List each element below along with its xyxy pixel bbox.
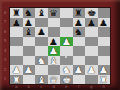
square-h3[interactable] <box>98 56 111 66</box>
square-h4[interactable] <box>98 46 111 56</box>
square-h2[interactable]: ♟ <box>98 65 111 75</box>
square-e7[interactable] <box>60 18 73 28</box>
square-b3[interactable] <box>23 56 36 66</box>
square-e1[interactable]: ♚ <box>60 75 73 85</box>
rank-label-2: 2 <box>0 65 10 75</box>
piece-black-bishop[interactable]: ♝ <box>37 9 46 17</box>
piece-white-knight[interactable]: ♞ <box>37 56 46 64</box>
square-a8[interactable]: ♜ <box>10 8 23 18</box>
square-f3[interactable] <box>73 56 86 66</box>
square-g7[interactable]: ♟ <box>85 18 98 28</box>
square-a3[interactable] <box>10 56 23 66</box>
file-label-d: d <box>48 84 61 90</box>
piece-white-pawn[interactable]: ♟ <box>62 37 71 45</box>
piece-black-knight[interactable]: ♞ <box>24 9 33 17</box>
square-g5[interactable] <box>85 37 98 47</box>
piece-black-pawn[interactable]: ♟ <box>74 18 83 26</box>
square-f8[interactable]: ♜ <box>73 8 86 18</box>
square-c3[interactable]: ♞ <box>35 56 48 66</box>
square-d7[interactable] <box>48 18 61 28</box>
square-a7[interactable]: ♟ <box>10 18 23 28</box>
piece-black-pawn[interactable]: ♟ <box>49 37 58 45</box>
rank-label-5: 5 <box>0 37 10 47</box>
square-d3[interactable]: ♝ <box>48 56 61 66</box>
file-labels: abcdefgh <box>10 84 110 90</box>
square-f6[interactable]: ♞ <box>73 27 86 37</box>
file-label-h: h <box>98 84 111 90</box>
piece-black-knight[interactable]: ♞ <box>74 28 83 36</box>
square-g3[interactable] <box>85 56 98 66</box>
file-label-c: c <box>35 84 48 90</box>
square-b1[interactable] <box>23 75 36 85</box>
piece-black-bishop[interactable]: ♝ <box>24 28 33 36</box>
square-d1[interactable]: ♛ <box>48 75 61 85</box>
file-label-b: b <box>23 84 36 90</box>
square-a4[interactable] <box>10 46 23 56</box>
square-d5[interactable]: ♟ <box>48 37 61 47</box>
rank-label-6: 6 <box>0 27 10 37</box>
rank-label-3: 3 <box>0 56 10 66</box>
file-label-g: g <box>85 84 98 90</box>
square-g6[interactable] <box>85 27 98 37</box>
piece-black-queen[interactable]: ♛ <box>49 9 58 17</box>
piece-white-pawn[interactable]: ♟ <box>49 47 58 55</box>
rank-label-4: 4 <box>0 46 10 56</box>
rank-labels: 87654321 <box>0 8 10 84</box>
piece-white-pawn[interactable]: ♟ <box>24 66 33 74</box>
square-g8[interactable]: ♚ <box>85 8 98 18</box>
piece-black-rook[interactable]: ♜ <box>12 9 21 17</box>
square-e4[interactable] <box>60 46 73 56</box>
piece-white-queen[interactable]: ♛ <box>49 75 58 83</box>
piece-black-pawn[interactable]: ♟ <box>12 18 21 26</box>
square-a5[interactable] <box>10 37 23 47</box>
rank-label-7: 7 <box>0 18 10 28</box>
square-c5[interactable] <box>35 37 48 47</box>
square-f2[interactable]: ♟ <box>73 65 86 75</box>
piece-white-pawn[interactable]: ♟ <box>12 66 21 74</box>
square-c7[interactable] <box>35 18 48 28</box>
square-d8[interactable]: ♛ <box>48 8 61 18</box>
square-b2[interactable]: ♟ <box>23 65 36 75</box>
square-b7[interactable]: ♟ <box>23 18 36 28</box>
piece-black-pawn[interactable]: ♟ <box>99 18 108 26</box>
mouse-cursor-dot <box>65 56 67 58</box>
piece-white-rook[interactable]: ♜ <box>12 75 21 83</box>
piece-black-pawn[interactable]: ♟ <box>37 28 46 36</box>
square-h8[interactable] <box>98 8 111 18</box>
square-c1[interactable]: ♝ <box>35 75 48 85</box>
square-b4[interactable] <box>23 46 36 56</box>
square-d4[interactable]: ♟ <box>48 46 61 56</box>
square-g4[interactable] <box>85 46 98 56</box>
square-h6[interactable] <box>98 27 111 37</box>
chess-board[interactable]: ♜♞♝♛♜♚♟♟♟♟♟♝♟♞♟♟♟♞♝♟♟♞♟♟♟♜♝♛♚♜ <box>10 8 110 84</box>
square-a1[interactable]: ♜ <box>10 75 23 85</box>
piece-white-pawn[interactable]: ♟ <box>87 66 96 74</box>
square-g2[interactable]: ♟ <box>85 65 98 75</box>
square-b6[interactable]: ♝ <box>23 27 36 37</box>
square-c8[interactable]: ♝ <box>35 8 48 18</box>
piece-white-pawn[interactable]: ♟ <box>99 66 108 74</box>
file-label-e: e <box>60 84 73 90</box>
square-c6[interactable]: ♟ <box>35 27 48 37</box>
piece-white-pawn[interactable]: ♟ <box>74 66 83 74</box>
piece-white-rook[interactable]: ♜ <box>99 75 108 83</box>
board-frame: ♜♞♝♛♜♚♟♟♟♟♟♝♟♞♟♟♟♞♝♟♟♞♟♟♟♜♝♛♚♜ abcdefgh … <box>0 0 120 90</box>
piece-black-king[interactable]: ♚ <box>87 9 96 17</box>
square-f7[interactable]: ♟ <box>73 18 86 28</box>
square-e5[interactable]: ♟ <box>60 37 73 47</box>
piece-white-bishop[interactable]: ♝ <box>37 75 46 83</box>
square-f1[interactable] <box>73 75 86 85</box>
square-a6[interactable] <box>10 27 23 37</box>
piece-white-king[interactable]: ♚ <box>62 75 71 83</box>
square-c2[interactable] <box>35 65 48 75</box>
square-e6[interactable] <box>60 27 73 37</box>
piece-black-pawn[interactable]: ♟ <box>24 18 33 26</box>
file-label-f: f <box>73 84 86 90</box>
square-h7[interactable]: ♟ <box>98 18 111 28</box>
square-f5[interactable] <box>73 37 86 47</box>
square-d2[interactable] <box>48 65 61 75</box>
square-e2[interactable]: ♞ <box>60 65 73 75</box>
piece-black-pawn[interactable]: ♟ <box>87 18 96 26</box>
rank-label-1: 1 <box>0 75 10 85</box>
square-a2[interactable]: ♟ <box>10 65 23 75</box>
square-f4[interactable] <box>73 46 86 56</box>
square-b5[interactable] <box>23 37 36 47</box>
square-h1[interactable]: ♜ <box>98 75 111 85</box>
piece-white-bishop[interactable]: ♝ <box>49 56 58 64</box>
square-e8[interactable] <box>60 8 73 18</box>
square-d6[interactable] <box>48 27 61 37</box>
square-c4[interactable] <box>35 46 48 56</box>
square-h5[interactable] <box>98 37 111 47</box>
rank-label-8: 8 <box>0 8 10 18</box>
piece-white-knight[interactable]: ♞ <box>62 66 71 74</box>
square-g1[interactable] <box>85 75 98 85</box>
square-b8[interactable]: ♞ <box>23 8 36 18</box>
piece-black-rook[interactable]: ♜ <box>74 9 83 17</box>
file-label-a: a <box>10 84 23 90</box>
